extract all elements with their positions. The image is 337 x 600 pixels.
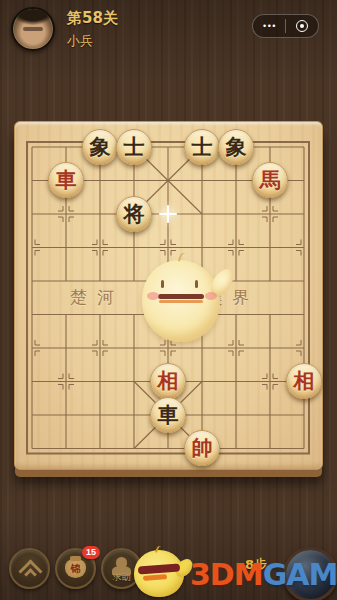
xiangqi-board: 楚河 漢界 象士士象車馬将相相車帥 bbox=[14, 121, 323, 470]
piece-black-士[interactable]: 士 bbox=[184, 129, 220, 165]
praying-figure-icon bbox=[116, 557, 127, 568]
watermark-chick-wing bbox=[172, 556, 196, 580]
watermark-chick-beak bbox=[143, 574, 167, 581]
hint-count-badge: 15 bbox=[82, 546, 100, 559]
hint-bag-button[interactable]: 锦 15 bbox=[55, 548, 96, 589]
app-screen: 第58关 小兵 ••• 楚河 漢界 象士士象車馬将相相車帥 bbox=[0, 0, 337, 600]
piece-red-相[interactable]: 相 bbox=[150, 363, 186, 399]
piece-red-馬[interactable]: 馬 bbox=[252, 162, 288, 198]
ellipsis-icon: ••• bbox=[261, 22, 277, 31]
piece-red-相[interactable]: 相 bbox=[286, 363, 322, 399]
dark-orb-avatar[interactable] bbox=[283, 547, 337, 600]
piece-black-将[interactable]: 将 bbox=[116, 196, 152, 232]
piece-red-帥[interactable]: 帥 bbox=[184, 430, 220, 466]
piece-black-象[interactable]: 象 bbox=[82, 129, 118, 165]
top-bar: 第58关 小兵 ••• bbox=[0, 0, 337, 58]
piece-black-象[interactable]: 象 bbox=[218, 129, 254, 165]
help-button[interactable]: 求助 bbox=[101, 548, 142, 589]
exit-button[interactable] bbox=[286, 15, 318, 37]
piece-black-士[interactable]: 士 bbox=[116, 129, 152, 165]
steps-label: 8步 bbox=[245, 556, 267, 574]
watermark-chick-body bbox=[134, 550, 184, 597]
move-sparkle bbox=[159, 205, 177, 223]
more-button[interactable]: ••• bbox=[253, 15, 285, 37]
watermark-chick-icon bbox=[134, 548, 186, 598]
watermark-chick-glasses bbox=[138, 564, 180, 575]
target-circle-icon bbox=[296, 20, 308, 32]
money-bag-icon: 锦 bbox=[65, 559, 86, 578]
piece-black-車[interactable]: 車 bbox=[150, 397, 186, 433]
board-grid[interactable]: 象士士象車馬将相相車帥 bbox=[15, 130, 321, 465]
piece-red-車[interactable]: 車 bbox=[48, 162, 84, 198]
help-label: 求助 bbox=[103, 571, 140, 584]
level-title: 第58关 bbox=[67, 11, 118, 26]
watermark-chick-tuft bbox=[155, 545, 166, 556]
player-avatar[interactable] bbox=[11, 7, 55, 51]
home-button[interactable] bbox=[9, 548, 50, 589]
level-info: 第58关 小兵 bbox=[67, 11, 118, 47]
player-name: 小兵 bbox=[67, 34, 118, 47]
wechat-capsule: ••• bbox=[252, 14, 319, 38]
